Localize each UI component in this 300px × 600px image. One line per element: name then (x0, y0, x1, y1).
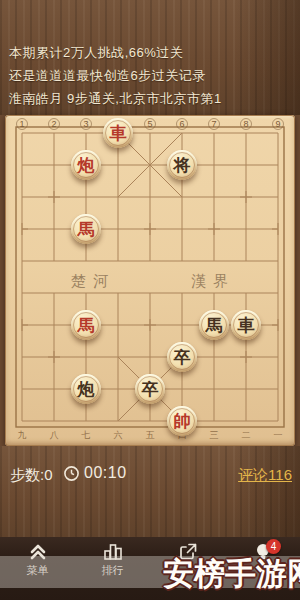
pieces-grid: 車炮将馬馬馬車卒炮卒帥 (6, 117, 294, 437)
banner-line-3: 淮南皓月 9步通关,北京市北京市第1 (9, 87, 300, 110)
clock-icon (63, 465, 80, 482)
comments-link[interactable]: 评论116 (238, 466, 292, 485)
black-piece-炮[interactable]: 炮 (71, 374, 101, 404)
banner-line-2: 还是道道道最快创造6步过关记录 (9, 64, 300, 87)
watermark-text: 安榜手游网 (163, 553, 300, 595)
notification-badge: 4 (266, 539, 281, 554)
challenge-banner: 本期累计2万人挑战,66%过关 还是道道道最快创造6步过关记录 淮南皓月 9步通… (0, 0, 300, 115)
red-piece-帥[interactable]: 帥 (167, 406, 197, 436)
black-piece-卒[interactable]: 卒 (167, 342, 197, 372)
game-screen: 本期累计2万人挑战,66%过关 还是道道道最快创造6步过关记录 淮南皓月 9步通… (0, 0, 300, 600)
steps-value: 0 (44, 466, 52, 483)
black-piece-馬[interactable]: 馬 (199, 310, 229, 340)
timer-value: 00:10 (84, 464, 127, 482)
black-piece-将[interactable]: 将 (167, 150, 197, 180)
red-piece-炮[interactable]: 炮 (71, 150, 101, 180)
xiangqi-board[interactable]: 123456789 九八七六五四三二一 楚河 漢界 車炮将馬馬馬車卒炮卒帥 (5, 115, 295, 446)
red-piece-馬[interactable]: 馬 (71, 214, 101, 244)
banner-line-1: 本期累计2万人挑战,66%过关 (9, 41, 300, 64)
red-piece-車[interactable]: 車 (103, 118, 133, 148)
status-strip: 步数:0 00:10 评论116 (0, 446, 300, 537)
steps-label: 步数: (10, 466, 44, 483)
steps-counter: 步数:0 (10, 466, 53, 485)
black-piece-車[interactable]: 車 (231, 310, 261, 340)
timer: 00:10 (63, 464, 127, 482)
black-piece-卒[interactable]: 卒 (135, 374, 165, 404)
red-piece-馬[interactable]: 馬 (71, 310, 101, 340)
